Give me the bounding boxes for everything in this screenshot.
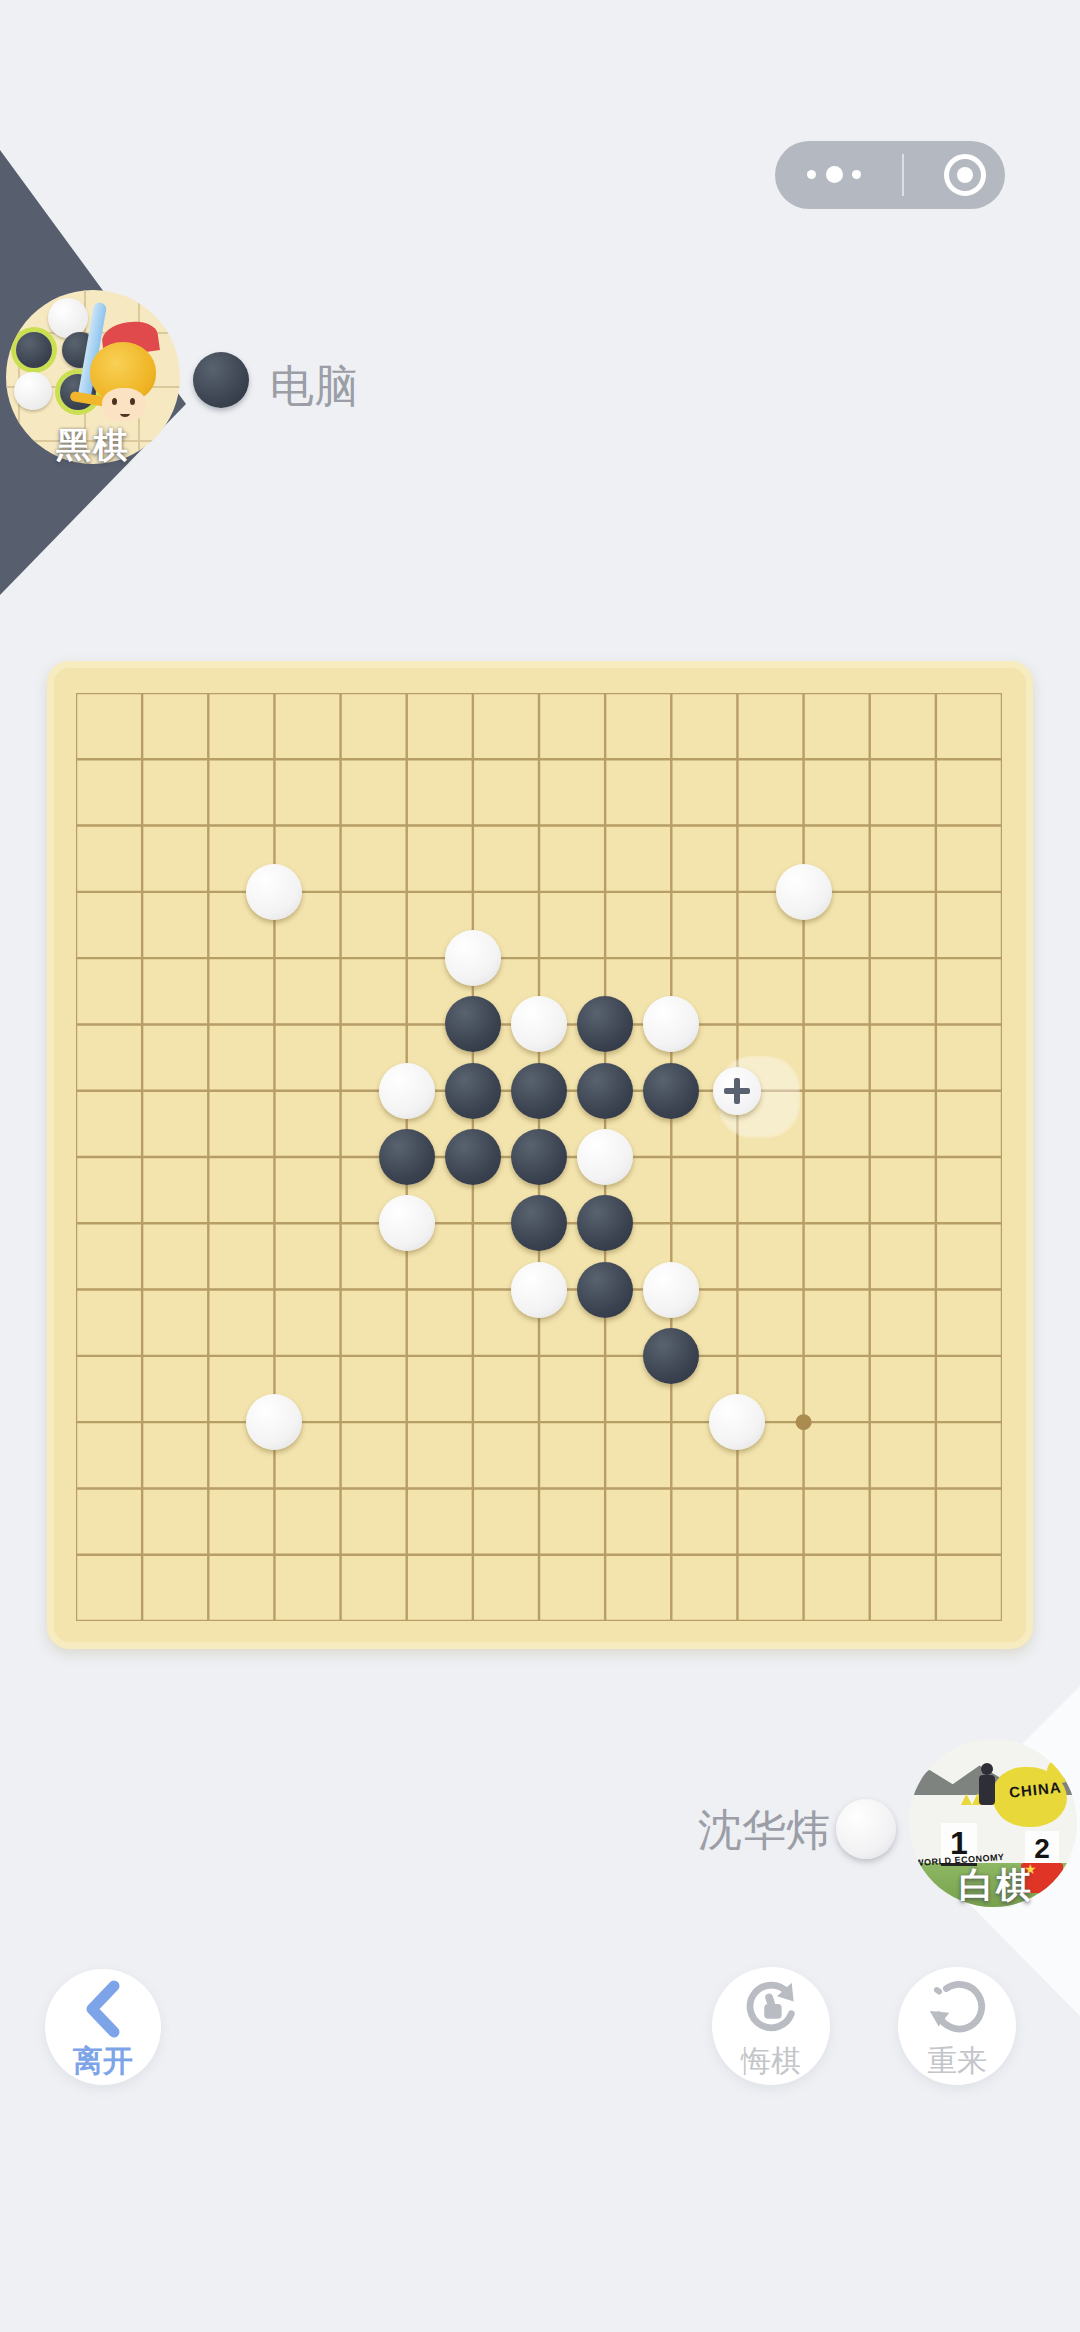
stone-black — [643, 1328, 699, 1384]
undo-button-label: 悔棋 — [712, 2041, 830, 2082]
cartoon-figure — [979, 1775, 995, 1805]
avatar-white-stone — [14, 372, 52, 410]
stone-black — [511, 1195, 567, 1251]
black-side-label: 黑棋 — [18, 422, 168, 469]
stone-black — [577, 996, 633, 1052]
stone-white — [643, 1262, 699, 1318]
stone-white — [577, 1129, 633, 1185]
wechat-capsule — [775, 141, 1005, 209]
knight-eye — [112, 398, 117, 405]
stone-white — [246, 864, 302, 920]
restart-arrow-icon — [926, 1976, 988, 2038]
stone-white — [511, 1262, 567, 1318]
stone-black — [379, 1129, 435, 1185]
white-side-label: 白棋 — [921, 1862, 1071, 1909]
black-player-name: 电脑 — [270, 357, 358, 416]
undo-button[interactable]: 悔棋 — [712, 1967, 830, 2085]
stone-black — [577, 1195, 633, 1251]
capsule-more-button[interactable] — [775, 141, 902, 209]
more-dots-icon — [852, 170, 861, 179]
stone-black — [445, 1129, 501, 1185]
restart-button[interactable]: 重来 — [898, 1967, 1016, 2085]
stone-white — [709, 1394, 765, 1450]
gomoku-board[interactable] — [47, 661, 1033, 1649]
capsule-close-button[interactable] — [904, 141, 1005, 209]
more-dots-icon — [807, 170, 816, 179]
white-player-name: 沈华炜 — [698, 1801, 830, 1860]
stone-black — [643, 1063, 699, 1119]
stone-white — [379, 1195, 435, 1251]
restart-button-label: 重来 — [898, 2041, 1016, 2082]
white-turn-stone-icon — [836, 1799, 896, 1859]
placement-crosshair-cursor[interactable] — [713, 1067, 761, 1115]
avatar-black-stone — [16, 332, 52, 368]
stone-black — [445, 996, 501, 1052]
stone-white — [246, 1394, 302, 1450]
stone-black — [577, 1063, 633, 1119]
more-dots-icon — [826, 166, 843, 183]
black-turn-stone-icon — [193, 352, 249, 408]
stone-black — [511, 1063, 567, 1119]
knight-face — [102, 388, 146, 422]
cartoon-figure — [981, 1763, 993, 1775]
stone-black — [511, 1129, 567, 1185]
knight-eye — [130, 398, 135, 405]
stone-black — [445, 1063, 501, 1119]
stone-white — [379, 1063, 435, 1119]
knight-mouth — [120, 410, 130, 417]
stone-white — [445, 930, 501, 986]
stones-layer — [47, 661, 1033, 1649]
leave-button[interactable]: 离开 — [45, 1969, 161, 2085]
capsule-target-icon — [957, 167, 973, 183]
stone-black — [577, 1262, 633, 1318]
stone-white — [643, 996, 699, 1052]
stone-white — [776, 864, 832, 920]
back-chevron-icon — [81, 1979, 125, 2039]
undo-hand-icon — [740, 1976, 802, 2038]
stone-white — [511, 996, 567, 1052]
gomoku-app-screen: { "game": "gomoku (五子棋 / five-in-a-row),… — [0, 0, 1080, 2332]
leave-button-label: 离开 — [45, 2041, 161, 2082]
